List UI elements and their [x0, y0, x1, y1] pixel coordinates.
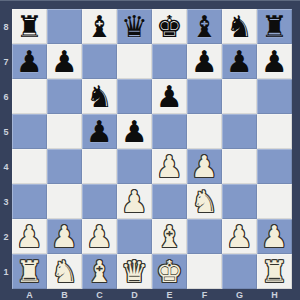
square-e4[interactable]: ♟: [152, 149, 187, 184]
square-f5[interactable]: [187, 114, 222, 149]
square-h7[interactable]: ♟: [257, 44, 292, 79]
piece-black-rook: ♜: [16, 9, 43, 44]
piece-white-rook: ♜: [16, 254, 43, 289]
square-g1[interactable]: [222, 254, 257, 289]
square-d7[interactable]: [117, 44, 152, 79]
file-label-a: A: [12, 289, 47, 300]
square-g2[interactable]: ♟: [222, 219, 257, 254]
piece-white-bishop: ♝: [86, 254, 113, 289]
rank-label-1: 1: [0, 254, 12, 289]
rank-label-2: 2: [0, 219, 12, 254]
square-h3[interactable]: [257, 184, 292, 219]
square-c4[interactable]: [82, 149, 117, 184]
square-b2[interactable]: ♟: [47, 219, 82, 254]
piece-black-pawn: ♟: [156, 79, 183, 114]
chess-board: ♜♝♛♚♝♞♜♟♟♟♟♟♞♟♟♟♟♟♟♞♟♟♟♝♟♟♜♞♝♛♚♜: [12, 9, 292, 289]
piece-white-pawn: ♟: [156, 149, 183, 184]
piece-black-pawn: ♟: [51, 44, 78, 79]
piece-black-king: ♚: [156, 9, 183, 44]
square-c2[interactable]: ♟: [82, 219, 117, 254]
piece-black-knight: ♞: [86, 79, 113, 114]
square-a1[interactable]: ♜: [12, 254, 47, 289]
square-d1[interactable]: ♛: [117, 254, 152, 289]
piece-white-pawn: ♟: [51, 219, 78, 254]
square-d3[interactable]: ♟: [117, 184, 152, 219]
square-g7[interactable]: ♟: [222, 44, 257, 79]
square-g8[interactable]: ♞: [222, 9, 257, 44]
square-h8[interactable]: ♜: [257, 9, 292, 44]
square-b7[interactable]: ♟: [47, 44, 82, 79]
square-c6[interactable]: ♞: [82, 79, 117, 114]
square-b4[interactable]: [47, 149, 82, 184]
piece-black-pawn: ♟: [191, 44, 218, 79]
square-a2[interactable]: ♟: [12, 219, 47, 254]
square-h5[interactable]: [257, 114, 292, 149]
square-b3[interactable]: [47, 184, 82, 219]
square-c3[interactable]: [82, 184, 117, 219]
rank-labels: 8 7 6 5 4 3 2 1: [0, 9, 12, 289]
square-b8[interactable]: [47, 9, 82, 44]
square-d5[interactable]: ♟: [117, 114, 152, 149]
square-h1[interactable]: ♜: [257, 254, 292, 289]
square-f6[interactable]: [187, 79, 222, 114]
piece-black-bishop: ♝: [191, 9, 218, 44]
rank-label-3: 3: [0, 184, 12, 219]
piece-white-pawn: ♟: [226, 219, 253, 254]
file-label-c: C: [82, 289, 117, 300]
rank-label-6: 6: [0, 79, 12, 114]
file-label-b: B: [47, 289, 82, 300]
piece-white-knight: ♞: [191, 184, 218, 219]
square-c5[interactable]: ♟: [82, 114, 117, 149]
square-d2[interactable]: [117, 219, 152, 254]
piece-black-queen: ♛: [121, 9, 148, 44]
square-a3[interactable]: [12, 184, 47, 219]
piece-white-pawn: ♟: [16, 219, 43, 254]
piece-black-pawn: ♟: [226, 44, 253, 79]
file-labels: A B C D E F G H: [12, 289, 292, 300]
square-a4[interactable]: [12, 149, 47, 184]
file-label-e: E: [152, 289, 187, 300]
piece-white-pawn: ♟: [121, 184, 148, 219]
piece-black-bishop: ♝: [86, 9, 113, 44]
square-g3[interactable]: [222, 184, 257, 219]
piece-white-rook: ♜: [261, 254, 288, 289]
piece-white-pawn: ♟: [191, 149, 218, 184]
square-e6[interactable]: ♟: [152, 79, 187, 114]
square-a8[interactable]: ♜: [12, 9, 47, 44]
square-d8[interactable]: ♛: [117, 9, 152, 44]
piece-black-pawn: ♟: [86, 114, 113, 149]
piece-black-pawn: ♟: [16, 44, 43, 79]
square-f7[interactable]: ♟: [187, 44, 222, 79]
rank-label-5: 5: [0, 114, 12, 149]
file-label-h: H: [257, 289, 292, 300]
square-e7[interactable]: [152, 44, 187, 79]
piece-black-rook: ♜: [261, 9, 288, 44]
piece-white-king: ♚: [156, 254, 183, 289]
square-b1[interactable]: ♞: [47, 254, 82, 289]
square-a7[interactable]: ♟: [12, 44, 47, 79]
file-label-d: D: [117, 289, 152, 300]
square-h6[interactable]: [257, 79, 292, 114]
square-e5[interactable]: [152, 114, 187, 149]
piece-black-knight: ♞: [226, 9, 253, 44]
square-f2[interactable]: [187, 219, 222, 254]
square-g6[interactable]: [222, 79, 257, 114]
piece-white-bishop: ♝: [156, 219, 183, 254]
square-a6[interactable]: [12, 79, 47, 114]
rank-label-8: 8: [0, 9, 12, 44]
file-label-g: G: [222, 289, 257, 300]
square-d6[interactable]: [117, 79, 152, 114]
square-e8[interactable]: ♚: [152, 9, 187, 44]
square-b6[interactable]: [47, 79, 82, 114]
square-c1[interactable]: ♝: [82, 254, 117, 289]
square-f3[interactable]: ♞: [187, 184, 222, 219]
piece-white-pawn: ♟: [86, 219, 113, 254]
square-e3[interactable]: [152, 184, 187, 219]
square-e2[interactable]: ♝: [152, 219, 187, 254]
square-b5[interactable]: [47, 114, 82, 149]
square-f4[interactable]: ♟: [187, 149, 222, 184]
square-g5[interactable]: [222, 114, 257, 149]
square-f8[interactable]: ♝: [187, 9, 222, 44]
square-e1[interactable]: ♚: [152, 254, 187, 289]
rank-label-4: 4: [0, 149, 12, 184]
piece-black-pawn: ♟: [261, 44, 288, 79]
square-a5[interactable]: [12, 114, 47, 149]
piece-white-knight: ♞: [51, 254, 78, 289]
piece-black-pawn: ♟: [121, 114, 148, 149]
square-d4[interactable]: [117, 149, 152, 184]
piece-white-pawn: ♟: [261, 219, 288, 254]
square-h4[interactable]: [257, 149, 292, 184]
square-c8[interactable]: ♝: [82, 9, 117, 44]
file-label-f: F: [187, 289, 222, 300]
square-f1[interactable]: [187, 254, 222, 289]
square-c7[interactable]: [82, 44, 117, 79]
square-h2[interactable]: ♟: [257, 219, 292, 254]
piece-white-queen: ♛: [121, 254, 148, 289]
rank-label-7: 7: [0, 44, 12, 79]
chess-board-frame: 8 7 6 5 4 3 2 1 ♜♝♛♚♝♞♜♟♟♟♟♟♞♟♟♟♟♟♟♞♟♟♟♝…: [0, 0, 300, 300]
square-g4[interactable]: [222, 149, 257, 184]
